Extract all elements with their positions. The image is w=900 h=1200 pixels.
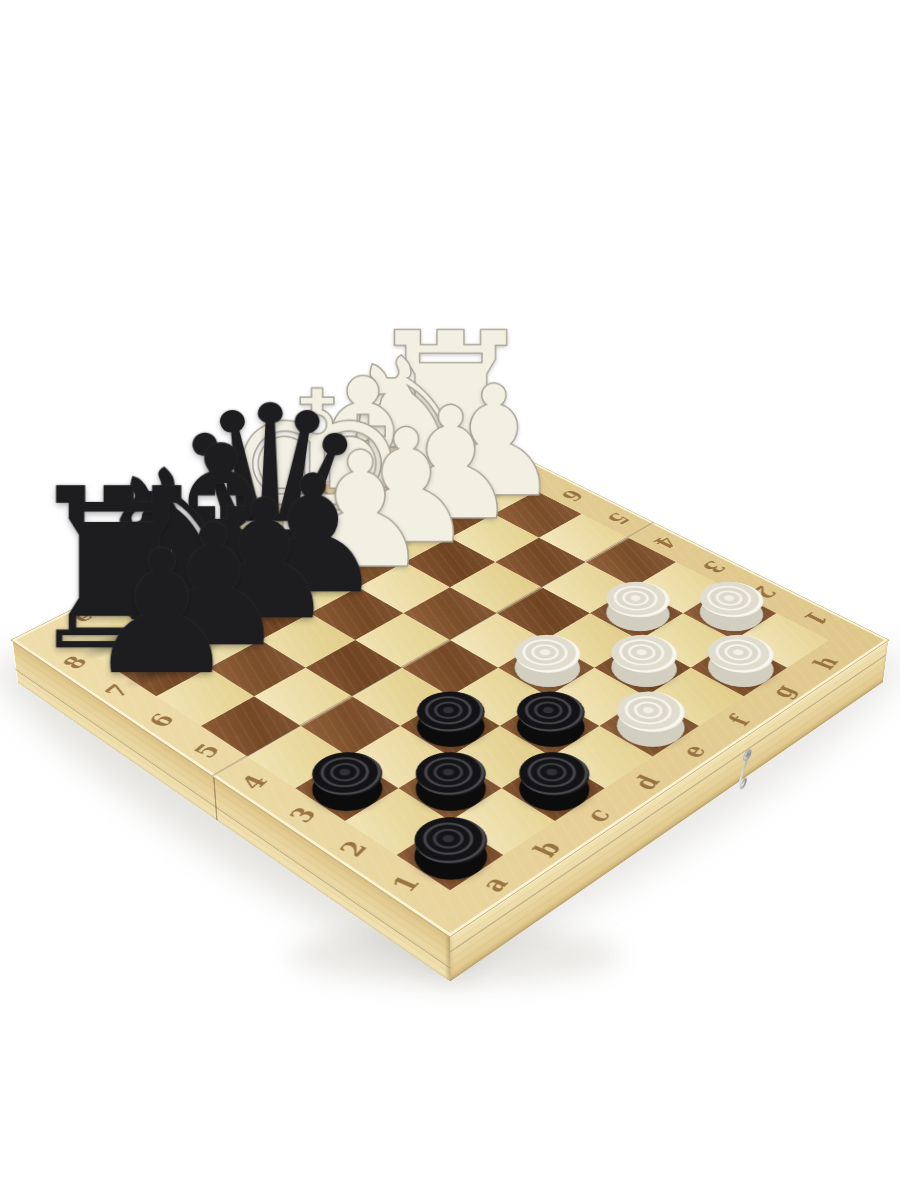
latch-hook-icon (729, 732, 759, 815)
checker-top (504, 743, 603, 804)
checker-top (399, 808, 502, 874)
photo-canvas: 87654321 87654321 abcdefgh abcdefgh ♜♞♝♛… (0, 0, 900, 1200)
box-fold-seam-left-face (213, 776, 218, 821)
scene: 87654321 87654321 abcdefgh abcdefgh ♜♞♝♛… (0, 0, 900, 1200)
black-pawn-glyph: ♟ (29, 528, 294, 699)
chess-checkers-board: 87654321 87654321 abcdefgh abcdefgh ♜♞♝♛… (12, 421, 889, 937)
